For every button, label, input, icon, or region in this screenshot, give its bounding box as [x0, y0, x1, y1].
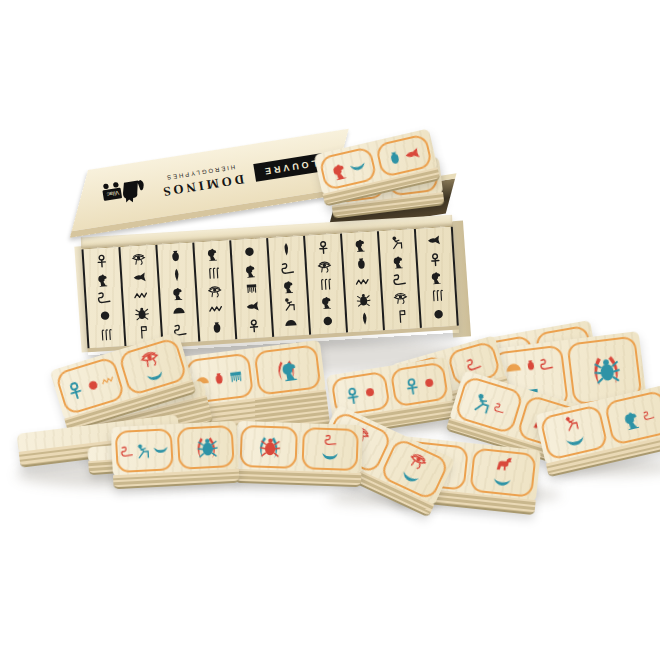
motif-bird-icon [276, 357, 302, 383]
motif-fish-icon [402, 143, 422, 163]
motif-snake-icon [492, 401, 507, 416]
row-tile-2-half-2 [301, 427, 359, 471]
motif-snake-icon [538, 355, 555, 372]
motif-sun-icon [421, 375, 437, 391]
row-tile-1-half-1 [115, 428, 174, 473]
mid-stack-half-2 [253, 344, 321, 395]
motif-snake-icon [119, 444, 134, 459]
motif-snake-icon [641, 408, 655, 422]
motif-boat-icon [564, 429, 588, 453]
motif-horse-icon [492, 453, 515, 474]
motif-boat-icon [144, 365, 167, 388]
chain-bottom-half-2 [469, 447, 537, 497]
small-stack-half-2 [389, 361, 449, 407]
domino-tiles [0, 0, 660, 660]
motif-snake-icon [323, 433, 337, 447]
row-tile-1 [110, 421, 239, 490]
chain-right-arm-half-2 [603, 390, 660, 446]
motif-ankh-icon [401, 375, 423, 397]
motif-scarab-icon [196, 436, 219, 459]
motif-scarab-icon [591, 355, 622, 386]
motif-jar-icon [523, 358, 539, 374]
row-tile-1-half-2 [176, 425, 235, 470]
motif-boat-icon [152, 441, 169, 458]
scene: LOUVRE DOMINOS HIÉROGLYPHES Vilac [0, 0, 660, 660]
motif-boat-icon [347, 156, 367, 176]
row-tile-2 [235, 421, 363, 487]
row-tile-2-face [235, 421, 363, 475]
row-tile-2-half-1 [240, 425, 298, 469]
motif-scarab-icon [259, 436, 282, 459]
motif-comb-icon [227, 367, 246, 386]
motif-figure-icon [134, 442, 152, 460]
motif-zigzag-icon [99, 372, 116, 389]
motif-ankh-icon [342, 384, 364, 406]
motif-sun-icon [362, 384, 378, 400]
motif-boat-icon [490, 472, 513, 493]
motif-boat-icon [320, 447, 339, 466]
motif-jar-icon [211, 370, 228, 387]
row-tile-2-edge [235, 469, 361, 487]
